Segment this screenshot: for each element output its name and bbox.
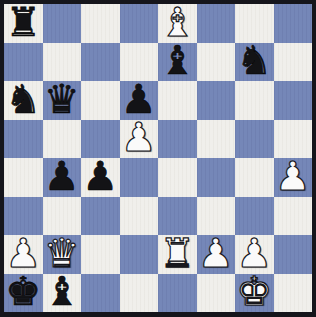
square-c1[interactable] — [81, 274, 120, 313]
square-e2[interactable]: ♜ — [158, 235, 197, 274]
black-pawn-c4[interactable]: ♟ — [82, 157, 118, 196]
square-e1[interactable] — [158, 274, 197, 313]
square-d2[interactable] — [120, 235, 159, 274]
square-h4[interactable]: ♟ — [274, 158, 313, 197]
square-h1[interactable] — [274, 274, 313, 313]
square-d8[interactable] — [120, 4, 159, 43]
square-c2[interactable] — [81, 235, 120, 274]
square-c6[interactable] — [81, 81, 120, 120]
chess-board: ♜♝♝♞♞♛♟♟♟♟♟♟♛♜♟♟♚♝♚ — [4, 4, 312, 312]
square-h2[interactable] — [274, 235, 313, 274]
square-a6[interactable]: ♞ — [4, 81, 43, 120]
square-f1[interactable] — [197, 274, 236, 313]
square-c7[interactable] — [81, 43, 120, 82]
white-pawn-f2[interactable]: ♟ — [198, 234, 234, 273]
square-h3[interactable] — [274, 197, 313, 236]
white-pawn-d5[interactable]: ♟ — [121, 118, 157, 157]
square-h8[interactable] — [274, 4, 313, 43]
white-pawn-h4[interactable]: ♟ — [275, 157, 311, 196]
black-queen-b6[interactable]: ♛ — [44, 80, 80, 119]
square-a8[interactable]: ♜ — [4, 4, 43, 43]
square-d5[interactable]: ♟ — [120, 120, 159, 159]
black-king-a1[interactable]: ♚ — [5, 272, 41, 311]
black-pawn-d6[interactable]: ♟ — [121, 80, 157, 119]
white-pawn-g2[interactable]: ♟ — [236, 234, 272, 273]
square-b1[interactable]: ♝ — [43, 274, 82, 313]
white-queen-b2[interactable]: ♛ — [44, 234, 80, 273]
square-g1[interactable]: ♚ — [235, 274, 274, 313]
black-rook-a8[interactable]: ♜ — [5, 3, 41, 42]
square-b4[interactable]: ♟ — [43, 158, 82, 197]
square-f5[interactable] — [197, 120, 236, 159]
black-bishop-b1[interactable]: ♝ — [44, 272, 80, 311]
square-e4[interactable] — [158, 158, 197, 197]
square-c8[interactable] — [81, 4, 120, 43]
square-a1[interactable]: ♚ — [4, 274, 43, 313]
square-e7[interactable]: ♝ — [158, 43, 197, 82]
black-knight-a6[interactable]: ♞ — [5, 80, 41, 119]
square-h6[interactable] — [274, 81, 313, 120]
square-g7[interactable]: ♞ — [235, 43, 274, 82]
square-g4[interactable] — [235, 158, 274, 197]
board-frame: ♜♝♝♞♞♛♟♟♟♟♟♟♛♜♟♟♚♝♚ — [0, 0, 316, 317]
square-f8[interactable] — [197, 4, 236, 43]
white-rook-e2[interactable]: ♜ — [159, 234, 195, 273]
square-a5[interactable] — [4, 120, 43, 159]
square-b6[interactable]: ♛ — [43, 81, 82, 120]
square-f7[interactable] — [197, 43, 236, 82]
square-f4[interactable] — [197, 158, 236, 197]
square-g6[interactable] — [235, 81, 274, 120]
square-c4[interactable]: ♟ — [81, 158, 120, 197]
square-a4[interactable] — [4, 158, 43, 197]
white-bishop-e8[interactable]: ♝ — [159, 3, 195, 42]
white-king-g1[interactable]: ♚ — [236, 272, 272, 311]
square-b8[interactable] — [43, 4, 82, 43]
square-d4[interactable] — [120, 158, 159, 197]
black-bishop-e7[interactable]: ♝ — [159, 41, 195, 80]
square-g5[interactable] — [235, 120, 274, 159]
square-h7[interactable] — [274, 43, 313, 82]
black-pawn-b4[interactable]: ♟ — [44, 157, 80, 196]
square-e5[interactable] — [158, 120, 197, 159]
square-d1[interactable] — [120, 274, 159, 313]
square-d3[interactable] — [120, 197, 159, 236]
square-f6[interactable] — [197, 81, 236, 120]
white-pawn-a2[interactable]: ♟ — [5, 234, 41, 273]
square-e6[interactable] — [158, 81, 197, 120]
square-f2[interactable]: ♟ — [197, 235, 236, 274]
square-c3[interactable] — [81, 197, 120, 236]
black-knight-g7[interactable]: ♞ — [236, 41, 272, 80]
